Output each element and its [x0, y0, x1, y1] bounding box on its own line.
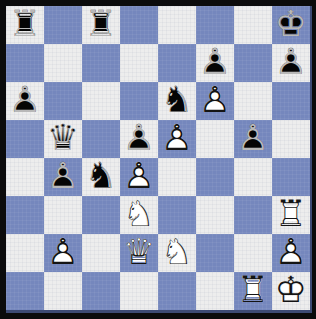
- piece-black-pawn[interactable]: ♟♙: [44, 158, 82, 196]
- square-a4[interactable]: [6, 158, 44, 196]
- piece-outline-glyph: ♘: [158, 81, 196, 119]
- piece-outline-glyph: ♕: [120, 233, 158, 271]
- piece-outline-glyph: ♙: [44, 233, 82, 271]
- square-e5[interactable]: ♟♙: [158, 120, 196, 158]
- square-g2[interactable]: [234, 234, 272, 272]
- square-g5[interactable]: ♟♙: [234, 120, 272, 158]
- square-g1[interactable]: ♜♖: [234, 272, 272, 310]
- piece-black-knight[interactable]: ♞♘: [158, 82, 196, 120]
- square-f8[interactable]: [196, 6, 234, 44]
- piece-black-pawn[interactable]: ♟♙: [272, 44, 310, 82]
- square-g4[interactable]: [234, 158, 272, 196]
- square-f1[interactable]: [196, 272, 234, 310]
- square-g6[interactable]: [234, 82, 272, 120]
- square-b6[interactable]: [44, 82, 82, 120]
- piece-outline-glyph: ♖: [234, 271, 272, 309]
- piece-black-pawn[interactable]: ♟♙: [120, 120, 158, 158]
- piece-white-queen[interactable]: ♛♕: [120, 234, 158, 272]
- square-h5[interactable]: [272, 120, 310, 158]
- square-b7[interactable]: [44, 44, 82, 82]
- piece-black-pawn[interactable]: ♟♙: [234, 120, 272, 158]
- piece-white-pawn[interactable]: ♟♙: [120, 158, 158, 196]
- square-c3[interactable]: [82, 196, 120, 234]
- square-b4[interactable]: ♟♙: [44, 158, 82, 196]
- square-b1[interactable]: [44, 272, 82, 310]
- square-b8[interactable]: [44, 6, 82, 44]
- piece-black-king[interactable]: ♚♔: [272, 6, 310, 44]
- square-e6[interactable]: ♞♘: [158, 82, 196, 120]
- piece-outline-glyph: ♘: [120, 195, 158, 233]
- square-e8[interactable]: [158, 6, 196, 44]
- square-a3[interactable]: [6, 196, 44, 234]
- square-g7[interactable]: [234, 44, 272, 82]
- square-e2[interactable]: ♞♘: [158, 234, 196, 272]
- piece-black-queen[interactable]: ♛♕: [44, 120, 82, 158]
- square-h1[interactable]: ♚♔: [272, 272, 310, 310]
- piece-outline-glyph: ♔: [272, 271, 310, 309]
- piece-outline-glyph: ♙: [272, 233, 310, 271]
- piece-outline-glyph: ♙: [120, 157, 158, 195]
- piece-white-pawn[interactable]: ♟♙: [158, 120, 196, 158]
- piece-white-king[interactable]: ♚♔: [272, 272, 310, 310]
- piece-outline-glyph: ♔: [272, 5, 310, 43]
- piece-outline-glyph: ♙: [44, 157, 82, 195]
- square-b3[interactable]: [44, 196, 82, 234]
- square-f3[interactable]: [196, 196, 234, 234]
- piece-outline-glyph: ♙: [196, 43, 234, 81]
- square-c2[interactable]: [82, 234, 120, 272]
- piece-white-pawn[interactable]: ♟♙: [196, 82, 234, 120]
- square-a6[interactable]: ♟♙: [6, 82, 44, 120]
- square-f7[interactable]: ♟♙: [196, 44, 234, 82]
- square-g3[interactable]: [234, 196, 272, 234]
- square-c8[interactable]: ♜♖: [82, 6, 120, 44]
- piece-outline-glyph: ♖: [272, 195, 310, 233]
- square-c7[interactable]: [82, 44, 120, 82]
- piece-outline-glyph: ♙: [120, 119, 158, 157]
- square-b5[interactable]: ♛♕: [44, 120, 82, 158]
- square-h4[interactable]: [272, 158, 310, 196]
- square-f2[interactable]: [196, 234, 234, 272]
- square-a2[interactable]: [6, 234, 44, 272]
- piece-black-rook[interactable]: ♜♖: [6, 6, 44, 44]
- piece-outline-glyph: ♘: [82, 157, 120, 195]
- chess-board: ♜♖♜♖♚♔♟♙♟♙♟♙♞♘♟♙♛♕♟♙♟♙♟♙♟♙♞♘♟♙♞♘♜♖♟♙♛♕♞♘…: [6, 6, 312, 313]
- piece-white-knight[interactable]: ♞♘: [158, 234, 196, 272]
- square-e4[interactable]: [158, 158, 196, 196]
- piece-black-pawn[interactable]: ♟♙: [6, 82, 44, 120]
- square-d3[interactable]: ♞♘: [120, 196, 158, 234]
- square-d5[interactable]: ♟♙: [120, 120, 158, 158]
- square-f5[interactable]: [196, 120, 234, 158]
- piece-outline-glyph: ♙: [6, 81, 44, 119]
- square-d2[interactable]: ♛♕: [120, 234, 158, 272]
- square-h2[interactable]: ♟♙: [272, 234, 310, 272]
- square-e3[interactable]: [158, 196, 196, 234]
- square-d6[interactable]: [120, 82, 158, 120]
- piece-outline-glyph: ♘: [158, 233, 196, 271]
- piece-white-rook[interactable]: ♜♖: [272, 196, 310, 234]
- piece-white-pawn[interactable]: ♟♙: [44, 234, 82, 272]
- square-f6[interactable]: ♟♙: [196, 82, 234, 120]
- square-b2[interactable]: ♟♙: [44, 234, 82, 272]
- square-d8[interactable]: [120, 6, 158, 44]
- square-c6[interactable]: [82, 82, 120, 120]
- piece-black-pawn[interactable]: ♟♙: [196, 44, 234, 82]
- square-a8[interactable]: ♜♖: [6, 6, 44, 44]
- piece-outline-glyph: ♙: [196, 81, 234, 119]
- square-h6[interactable]: [272, 82, 310, 120]
- piece-white-pawn[interactable]: ♟♙: [272, 234, 310, 272]
- square-a1[interactable]: [6, 272, 44, 310]
- square-f4[interactable]: [196, 158, 234, 196]
- piece-outline-glyph: ♖: [6, 5, 44, 43]
- square-e1[interactable]: [158, 272, 196, 310]
- square-d1[interactable]: [120, 272, 158, 310]
- square-a7[interactable]: [6, 44, 44, 82]
- square-g8[interactable]: [234, 6, 272, 44]
- square-d4[interactable]: ♟♙: [120, 158, 158, 196]
- square-h7[interactable]: ♟♙: [272, 44, 310, 82]
- piece-black-knight[interactable]: ♞♘: [82, 158, 120, 196]
- piece-outline-glyph: ♖: [82, 5, 120, 43]
- piece-outline-glyph: ♙: [234, 119, 272, 157]
- square-e7[interactable]: [158, 44, 196, 82]
- piece-black-rook[interactable]: ♜♖: [82, 6, 120, 44]
- piece-white-rook[interactable]: ♜♖: [234, 272, 272, 310]
- piece-outline-glyph: ♕: [44, 119, 82, 157]
- square-h8[interactable]: ♚♔: [272, 6, 310, 44]
- square-c5[interactable]: [82, 120, 120, 158]
- square-c1[interactable]: [82, 272, 120, 310]
- chess-board-frame: ♜♖♜♖♚♔♟♙♟♙♟♙♞♘♟♙♛♕♟♙♟♙♟♙♟♙♞♘♟♙♞♘♜♖♟♙♛♕♞♘…: [0, 0, 316, 319]
- square-h3[interactable]: ♜♖: [272, 196, 310, 234]
- square-a5[interactable]: [6, 120, 44, 158]
- piece-white-knight[interactable]: ♞♘: [120, 196, 158, 234]
- piece-outline-glyph: ♙: [158, 119, 196, 157]
- piece-outline-glyph: ♙: [272, 43, 310, 81]
- square-c4[interactable]: ♞♘: [82, 158, 120, 196]
- square-d7[interactable]: [120, 44, 158, 82]
